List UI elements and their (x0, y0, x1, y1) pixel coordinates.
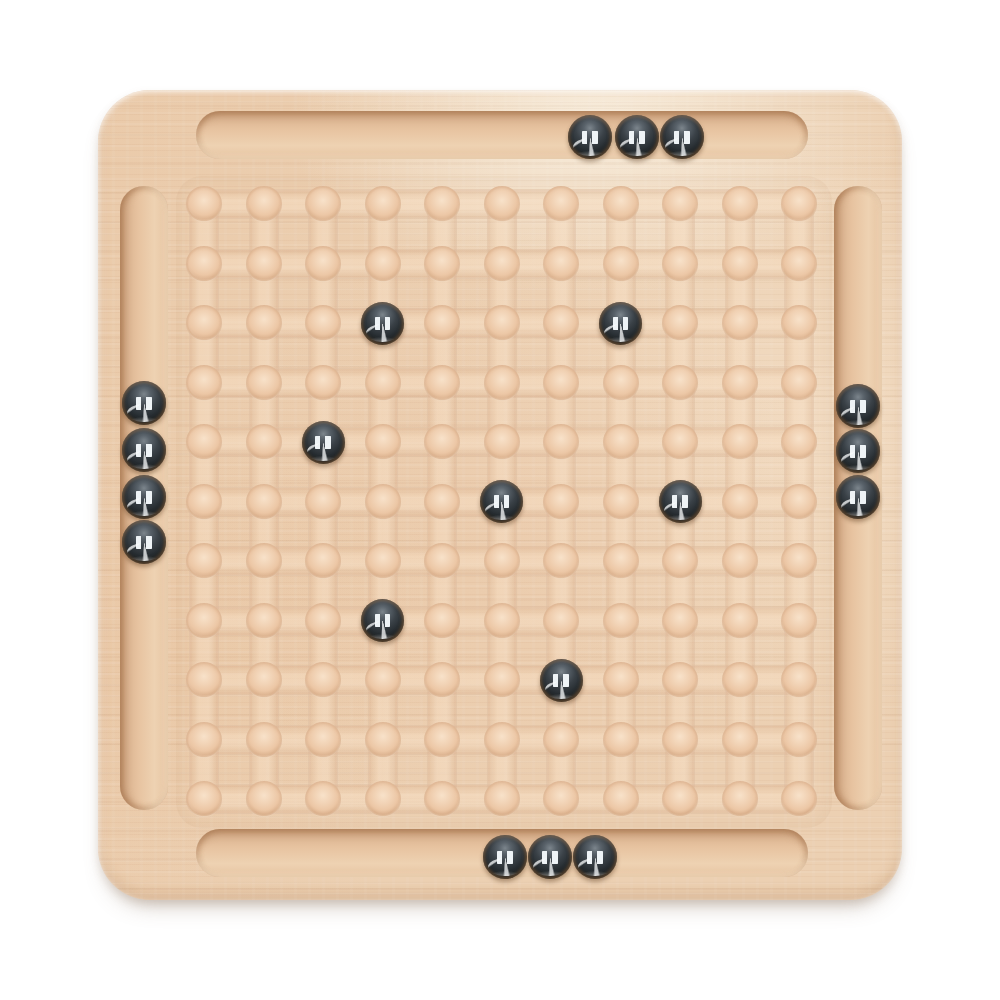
marble-on-board[interactable] (302, 421, 345, 464)
grid-dimple[interactable] (365, 662, 401, 698)
grid-dimple[interactable] (781, 365, 817, 401)
grid-dimple[interactable] (603, 246, 639, 282)
marble-in-tray-right[interactable] (836, 429, 880, 473)
grid-dimple[interactable] (722, 246, 758, 282)
grid-dimple[interactable] (662, 365, 698, 401)
grid-dimple[interactable] (424, 722, 460, 758)
grid-dimple[interactable] (424, 603, 460, 639)
grid-dimple[interactable] (246, 424, 282, 460)
grid-dimple[interactable] (603, 543, 639, 579)
marble-on-board[interactable] (480, 480, 523, 523)
grid-dimple[interactable] (662, 662, 698, 698)
grid-dimple[interactable] (662, 781, 698, 817)
grid-dimple[interactable] (781, 305, 817, 341)
grid-dimple[interactable] (186, 603, 222, 639)
grid-dimple[interactable] (424, 662, 460, 698)
game-board (98, 90, 902, 900)
marble-in-tray-bottom[interactable] (573, 835, 617, 879)
grid-dimple[interactable] (781, 781, 817, 817)
grid-dimple[interactable] (186, 305, 222, 341)
grid-dimple[interactable] (365, 424, 401, 460)
grid-dimple[interactable] (484, 424, 520, 460)
marble-in-tray-bottom[interactable] (528, 835, 572, 879)
grid-dimple[interactable] (186, 543, 222, 579)
marble-in-tray-left[interactable] (122, 428, 166, 472)
grid-dimple[interactable] (365, 543, 401, 579)
grid-dimple[interactable] (246, 365, 282, 401)
grid-dimple[interactable] (722, 781, 758, 817)
grid-dimple[interactable] (246, 543, 282, 579)
grid-dimple[interactable] (186, 365, 222, 401)
grid-dimple[interactable] (424, 186, 460, 222)
grid-dimple[interactable] (722, 186, 758, 222)
marble-in-tray-left[interactable] (122, 520, 166, 564)
grid-dimple[interactable] (662, 603, 698, 639)
grid-dimple[interactable] (365, 365, 401, 401)
grid-dimple[interactable] (305, 722, 341, 758)
grid-dimple[interactable] (186, 662, 222, 698)
grid-dimple[interactable] (305, 543, 341, 579)
grid-dimple[interactable] (543, 246, 579, 282)
grid-dimple[interactable] (186, 186, 222, 222)
grid-dimple[interactable] (603, 424, 639, 460)
grid-dimple[interactable] (484, 722, 520, 758)
grid-dimple[interactable] (305, 781, 341, 817)
grid-dimple[interactable] (365, 781, 401, 817)
grid-dimple[interactable] (186, 246, 222, 282)
grid-dimple[interactable] (305, 662, 341, 698)
grid-dimple[interactable] (246, 722, 282, 758)
grid-dimple[interactable] (662, 246, 698, 282)
grid-dimple[interactable] (543, 365, 579, 401)
grid-dimple[interactable] (543, 305, 579, 341)
grid-dimple[interactable] (246, 603, 282, 639)
marble-on-board[interactable] (659, 480, 702, 523)
grid-dimple[interactable] (603, 484, 639, 520)
grid-dimple[interactable] (305, 186, 341, 222)
grid-dimple[interactable] (781, 662, 817, 698)
grid-dimple[interactable] (543, 543, 579, 579)
grid-dimple[interactable] (484, 662, 520, 698)
grid-dimple[interactable] (662, 543, 698, 579)
grid-dimple[interactable] (246, 246, 282, 282)
marble-in-tray-top[interactable] (568, 115, 612, 159)
photo-canvas (0, 0, 1000, 1000)
grid-dimple[interactable] (484, 365, 520, 401)
grid-dimple[interactable] (305, 484, 341, 520)
grid-dimple[interactable] (543, 781, 579, 817)
grid-dimple[interactable] (365, 186, 401, 222)
grid-dimple[interactable] (484, 246, 520, 282)
marble-on-board[interactable] (361, 599, 404, 642)
grid-dimple[interactable] (722, 603, 758, 639)
grid-dimple[interactable] (365, 484, 401, 520)
grid-dimple[interactable] (484, 305, 520, 341)
marble-in-tray-left[interactable] (122, 381, 166, 425)
grid-dimple[interactable] (603, 365, 639, 401)
grid-dimple[interactable] (186, 722, 222, 758)
grid-dimple[interactable] (543, 424, 579, 460)
grid-dimple[interactable] (722, 484, 758, 520)
grid-dimple[interactable] (722, 424, 758, 460)
grid-dimple[interactable] (781, 186, 817, 222)
grid-dimple[interactable] (722, 662, 758, 698)
marble-in-tray-right[interactable] (836, 475, 880, 519)
grid-dimple[interactable] (246, 484, 282, 520)
grid-dimple[interactable] (543, 722, 579, 758)
grid-dimple[interactable] (305, 246, 341, 282)
grid-dimple[interactable] (424, 305, 460, 341)
grid-dimple[interactable] (305, 603, 341, 639)
grid-dimple[interactable] (781, 543, 817, 579)
marble-on-board[interactable] (361, 302, 404, 345)
grid-dimple[interactable] (484, 781, 520, 817)
grid-dimple[interactable] (722, 365, 758, 401)
grid-dimple[interactable] (603, 662, 639, 698)
tray-top (196, 111, 808, 159)
marble-on-board[interactable] (540, 659, 583, 702)
grid-dimple[interactable] (246, 662, 282, 698)
grid-dimple[interactable] (662, 186, 698, 222)
grid-dimple[interactable] (781, 603, 817, 639)
grid-dimple[interactable] (246, 186, 282, 222)
marble-on-board[interactable] (599, 302, 642, 345)
grid-dimple[interactable] (603, 186, 639, 222)
grid-dimple[interactable] (365, 246, 401, 282)
grid-dimple[interactable] (603, 781, 639, 817)
grid-dimple[interactable] (186, 484, 222, 520)
grid-dimple[interactable] (662, 424, 698, 460)
grid-dimple[interactable] (722, 722, 758, 758)
grid-dimple[interactable] (246, 305, 282, 341)
grid-dimple[interactable] (424, 246, 460, 282)
grid-dimple[interactable] (603, 722, 639, 758)
grid-dimple[interactable] (781, 424, 817, 460)
marble-in-tray-bottom[interactable] (483, 835, 527, 879)
grid-dimple[interactable] (722, 543, 758, 579)
grid-dimple[interactable] (246, 781, 282, 817)
grid-dimple[interactable] (781, 722, 817, 758)
grid-dimple[interactable] (722, 305, 758, 341)
marble-in-tray-top[interactable] (660, 115, 704, 159)
grid-dimple[interactable] (543, 603, 579, 639)
grid-dimple[interactable] (543, 186, 579, 222)
marble-in-tray-left[interactable] (122, 475, 166, 519)
grid-dimple[interactable] (186, 781, 222, 817)
grid-dimple[interactable] (484, 543, 520, 579)
grid-dimple[interactable] (543, 484, 579, 520)
grid-dimple[interactable] (662, 722, 698, 758)
grid-dimple[interactable] (424, 484, 460, 520)
grid-dimple[interactable] (603, 603, 639, 639)
grid-dimple[interactable] (484, 186, 520, 222)
grid-dimple[interactable] (424, 781, 460, 817)
grid-dimple[interactable] (305, 365, 341, 401)
grid-dimple[interactable] (781, 246, 817, 282)
grid-dimple[interactable] (424, 365, 460, 401)
grid-dimple[interactable] (365, 722, 401, 758)
marble-in-tray-right[interactable] (836, 384, 880, 428)
grid-dimple[interactable] (484, 603, 520, 639)
grid-dimple[interactable] (424, 424, 460, 460)
grid-dimple[interactable] (424, 543, 460, 579)
grid-dimple[interactable] (662, 305, 698, 341)
grid-dimple[interactable] (781, 484, 817, 520)
grid-dimple[interactable] (186, 424, 222, 460)
grid-dimple[interactable] (305, 305, 341, 341)
marble-in-tray-top[interactable] (615, 115, 659, 159)
